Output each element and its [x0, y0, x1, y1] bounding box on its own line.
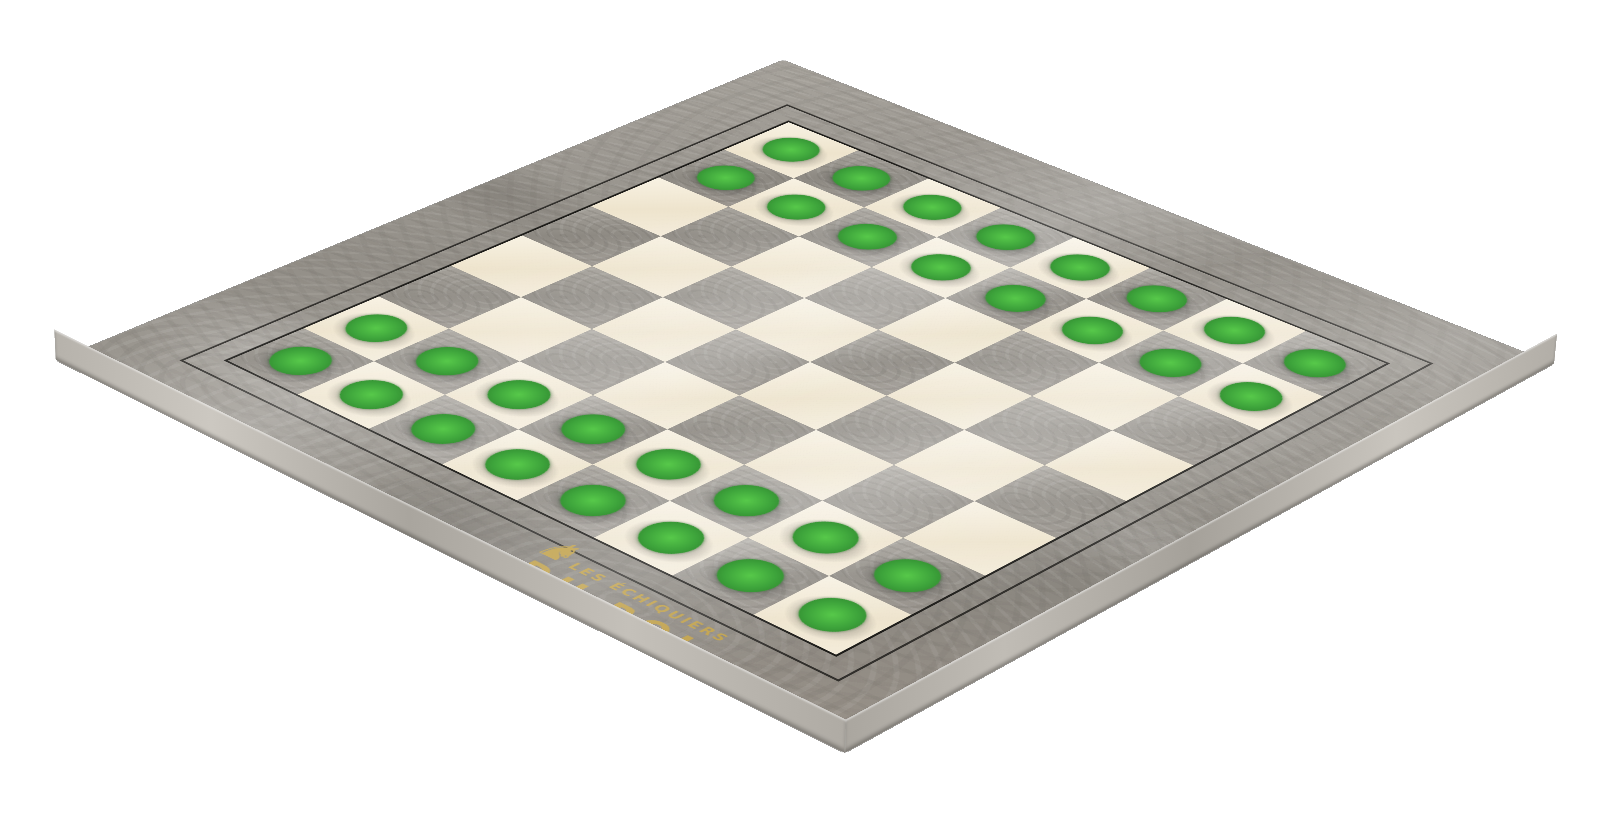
page: ♞ LES ÉCHIQUIERS DU ROI ♜♞♝♛♚♝♞♜♟♟♟♟♟♟♟♟…: [0, 0, 1600, 832]
horse-and-rider-icon: ♞: [530, 536, 593, 567]
pawn-glyph: ♟: [1190, 271, 1313, 408]
chessboard: ♞ LES ÉCHIQUIERS DU ROI ♜♞♝♛♚♝♞♜♟♟♟♟♟♟♟♟…: [56, 60, 1553, 753]
scene: ♞ LES ÉCHIQUIERS DU ROI ♜♞♝♛♚♝♞♜♟♟♟♟♟♟♟♟…: [0, 0, 1600, 832]
rook-glyph: ♜: [754, 455, 911, 630]
